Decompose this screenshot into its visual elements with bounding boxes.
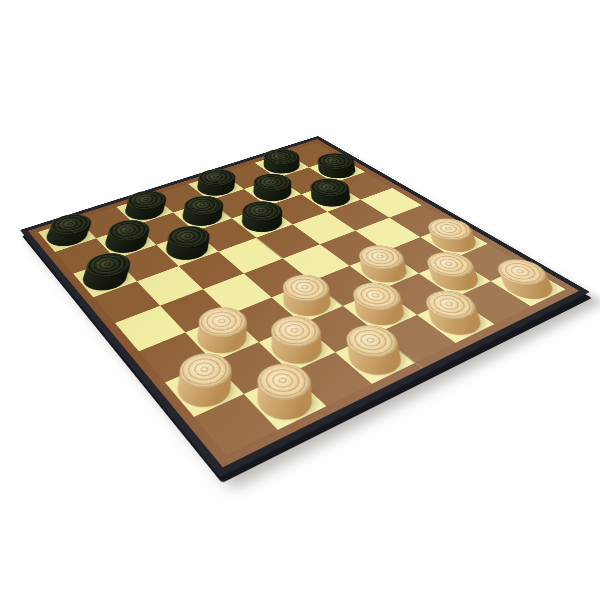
checkers-board bbox=[20, 136, 590, 477]
pieces-layer bbox=[38, 143, 565, 455]
checkers-photo-scene bbox=[0, 0, 600, 600]
